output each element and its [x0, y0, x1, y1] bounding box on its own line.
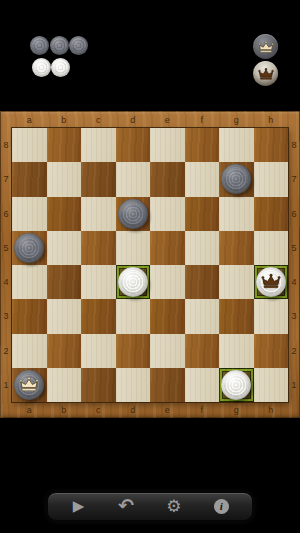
square-b4[interactable]: [47, 265, 82, 299]
square-g6[interactable]: [219, 197, 254, 231]
square-b7[interactable]: [47, 162, 82, 196]
square-a1[interactable]: [12, 368, 47, 402]
rank-label: 7: [0, 162, 12, 196]
rank-label: 3: [288, 299, 300, 333]
rank-label: 4: [0, 265, 12, 299]
white-man-piece[interactable]: [221, 370, 251, 400]
square-a6[interactable]: [12, 197, 47, 231]
black-king-piece[interactable]: [14, 370, 44, 400]
square-g2[interactable]: [219, 334, 254, 368]
board-grid: [12, 128, 288, 402]
piece-face: [53, 60, 68, 75]
square-e1[interactable]: [150, 368, 185, 402]
square-a4[interactable]: [12, 265, 47, 299]
square-c3[interactable]: [81, 299, 116, 333]
king-badges: [253, 34, 278, 88]
black-king-badge[interactable]: [253, 34, 278, 59]
file-label: g: [219, 405, 254, 416]
black-man-piece[interactable]: [14, 233, 44, 263]
black-man-piece[interactable]: [118, 199, 148, 229]
square-c5[interactable]: [81, 231, 116, 265]
gear-icon: ⚙: [166, 498, 181, 515]
square-g5[interactable]: [219, 231, 254, 265]
square-h7[interactable]: [254, 162, 289, 196]
rank-label: 6: [0, 197, 12, 231]
play-button[interactable]: ▶: [62, 493, 96, 520]
square-c6[interactable]: [81, 197, 116, 231]
rank-labels-right: 87654321: [288, 128, 300, 402]
rank-label: 1: [288, 368, 300, 402]
square-g4[interactable]: [219, 265, 254, 299]
square-b2[interactable]: [47, 334, 82, 368]
square-d6[interactable]: [116, 197, 151, 231]
square-f1[interactable]: [185, 368, 220, 402]
captured-tray: [30, 36, 125, 81]
square-h6[interactable]: [254, 197, 289, 231]
square-e8[interactable]: [150, 128, 185, 162]
square-d5[interactable]: [116, 231, 151, 265]
crown-icon: [260, 274, 281, 290]
white-man-piece: [51, 58, 70, 77]
square-c2[interactable]: [81, 334, 116, 368]
crown-icon: [19, 377, 40, 393]
piece-face: [224, 373, 248, 397]
square-h1[interactable]: [254, 368, 289, 402]
file-label: e: [150, 115, 185, 126]
square-c4[interactable]: [81, 265, 116, 299]
white-man-piece[interactable]: [118, 267, 148, 297]
square-f5[interactable]: [185, 231, 220, 265]
square-b1[interactable]: [47, 368, 82, 402]
rank-label: 5: [288, 231, 300, 265]
file-label: c: [81, 405, 116, 416]
square-h4[interactable]: [254, 265, 289, 299]
square-e3[interactable]: [150, 299, 185, 333]
square-f3[interactable]: [185, 299, 220, 333]
rank-label: 4: [288, 265, 300, 299]
square-a8[interactable]: [12, 128, 47, 162]
square-a2[interactable]: [12, 334, 47, 368]
undo-button[interactable]: ↶: [109, 493, 143, 520]
square-f2[interactable]: [185, 334, 220, 368]
file-label: f: [185, 405, 220, 416]
white-king-badge[interactable]: [253, 61, 278, 86]
piece-face: [34, 60, 49, 75]
piece-face: [71, 38, 86, 53]
square-g3[interactable]: [219, 299, 254, 333]
rank-label: 2: [288, 334, 300, 368]
square-a3[interactable]: [12, 299, 47, 333]
square-e2[interactable]: [150, 334, 185, 368]
square-f7[interactable]: [185, 162, 220, 196]
white-king-piece[interactable]: [256, 267, 286, 297]
file-label: h: [254, 115, 289, 126]
file-label: e: [150, 405, 185, 416]
square-d7[interactable]: [116, 162, 151, 196]
square-f6[interactable]: [185, 197, 220, 231]
square-e7[interactable]: [150, 162, 185, 196]
square-b8[interactable]: [47, 128, 82, 162]
crown-icon: [257, 66, 274, 79]
square-f8[interactable]: [185, 128, 220, 162]
info-button[interactable]: i: [204, 493, 238, 520]
square-e4[interactable]: [150, 265, 185, 299]
info-icon: i: [214, 499, 229, 514]
file-labels-top: abcdefgh: [12, 115, 288, 126]
piece-face: [224, 167, 248, 191]
square-a7[interactable]: [12, 162, 47, 196]
square-d3[interactable]: [116, 299, 151, 333]
toolbar: ▶↶⚙i: [47, 492, 253, 521]
rank-label: 2: [0, 334, 12, 368]
rank-label: 5: [0, 231, 12, 265]
file-label: b: [47, 115, 82, 126]
square-d8[interactable]: [116, 128, 151, 162]
black-man-piece: [69, 36, 88, 55]
piece-face: [52, 38, 67, 53]
piece-face: [121, 270, 145, 294]
file-label: d: [116, 115, 151, 126]
square-e5[interactable]: [150, 231, 185, 265]
rank-label: 1: [0, 368, 12, 402]
rank-label: 7: [288, 162, 300, 196]
square-a5[interactable]: [12, 231, 47, 265]
square-h3[interactable]: [254, 299, 289, 333]
square-c8[interactable]: [81, 128, 116, 162]
file-labels-bottom: abcdefgh: [12, 405, 288, 416]
black-man-piece: [30, 36, 49, 55]
rank-label: 6: [288, 197, 300, 231]
file-label: c: [81, 115, 116, 126]
square-e6[interactable]: [150, 197, 185, 231]
file-label: a: [12, 115, 47, 126]
file-label: g: [219, 115, 254, 126]
board: abcdefgh abcdefgh 87654321 87654321: [0, 111, 300, 418]
piece-face: [17, 236, 41, 260]
file-label: d: [116, 405, 151, 416]
rank-label: 8: [0, 128, 12, 162]
square-b6[interactable]: [47, 197, 82, 231]
file-label: f: [185, 115, 220, 126]
square-h2[interactable]: [254, 334, 289, 368]
square-h8[interactable]: [254, 128, 289, 162]
undo-icon: ↶: [118, 496, 134, 515]
square-c7[interactable]: [81, 162, 116, 196]
piece-face: [32, 38, 47, 53]
settings-button[interactable]: ⚙: [157, 493, 191, 520]
file-label: b: [47, 405, 82, 416]
square-h5[interactable]: [254, 231, 289, 265]
rank-labels-left: 87654321: [0, 128, 12, 402]
square-b5[interactable]: [47, 231, 82, 265]
piece-face: [121, 202, 145, 226]
square-d1[interactable]: [116, 368, 151, 402]
square-c1[interactable]: [81, 368, 116, 402]
black-man-piece: [50, 36, 69, 55]
crown-icon: [257, 39, 274, 52]
square-g1[interactable]: [219, 368, 254, 402]
square-g8[interactable]: [219, 128, 254, 162]
square-g7[interactable]: [219, 162, 254, 196]
white-man-piece: [32, 58, 51, 77]
rank-label: 3: [0, 299, 12, 333]
black-man-piece[interactable]: [221, 164, 251, 194]
square-b3[interactable]: [47, 299, 82, 333]
square-d2[interactable]: [116, 334, 151, 368]
rank-label: 8: [288, 128, 300, 162]
play-icon: ▶: [73, 499, 85, 514]
square-f4[interactable]: [185, 265, 220, 299]
file-label: h: [254, 405, 289, 416]
square-d4[interactable]: [116, 265, 151, 299]
file-label: a: [12, 405, 47, 416]
